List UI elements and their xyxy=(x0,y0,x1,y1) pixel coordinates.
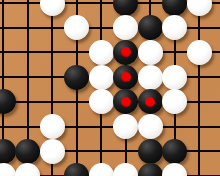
black-stone-marked-captured[interactable] xyxy=(113,65,138,90)
go-board-view xyxy=(0,0,220,176)
white-stone[interactable] xyxy=(40,0,65,16)
white-stone[interactable] xyxy=(162,163,187,176)
black-stone[interactable] xyxy=(64,163,89,176)
grid-line-horizontal-5 xyxy=(0,126,220,128)
white-stone[interactable] xyxy=(138,114,163,139)
goban[interactable] xyxy=(0,0,220,176)
black-stone[interactable] xyxy=(113,0,138,16)
black-stone[interactable] xyxy=(138,15,163,40)
black-stone-marked-captured[interactable] xyxy=(113,40,138,65)
white-stone[interactable] xyxy=(89,40,114,65)
white-stone[interactable] xyxy=(113,163,138,176)
black-stone[interactable] xyxy=(15,139,40,164)
white-stone[interactable] xyxy=(162,15,187,40)
black-stone[interactable] xyxy=(0,139,16,164)
black-stone-marked-captured[interactable] xyxy=(138,89,163,114)
black-stone[interactable] xyxy=(162,0,187,16)
black-stone[interactable] xyxy=(0,89,16,114)
white-stone[interactable] xyxy=(113,114,138,139)
white-stone[interactable] xyxy=(15,163,40,176)
grid-line-horizontal-1 xyxy=(0,27,220,29)
capture-marker-dot xyxy=(121,97,131,107)
capture-marker-dot xyxy=(121,47,131,57)
black-stone-marked-captured[interactable] xyxy=(113,89,138,114)
white-stone[interactable] xyxy=(113,15,138,40)
white-stone[interactable] xyxy=(40,139,65,164)
capture-marker-dot xyxy=(121,72,131,82)
white-stone[interactable] xyxy=(89,89,114,114)
white-stone[interactable] xyxy=(89,163,114,176)
white-stone[interactable] xyxy=(187,40,212,65)
black-stone[interactable] xyxy=(138,139,163,164)
black-stone[interactable] xyxy=(64,65,89,90)
white-stone[interactable] xyxy=(40,114,65,139)
black-stone[interactable] xyxy=(162,139,187,164)
white-stone[interactable] xyxy=(187,0,212,16)
white-stone[interactable] xyxy=(162,89,187,114)
black-stone[interactable] xyxy=(138,163,163,176)
white-stone[interactable] xyxy=(162,65,187,90)
white-stone[interactable] xyxy=(64,15,89,40)
capture-marker-dot xyxy=(145,97,155,107)
white-stone[interactable] xyxy=(138,40,163,65)
white-stone[interactable] xyxy=(138,65,163,90)
white-stone[interactable] xyxy=(89,65,114,90)
white-stone[interactable] xyxy=(0,163,16,176)
